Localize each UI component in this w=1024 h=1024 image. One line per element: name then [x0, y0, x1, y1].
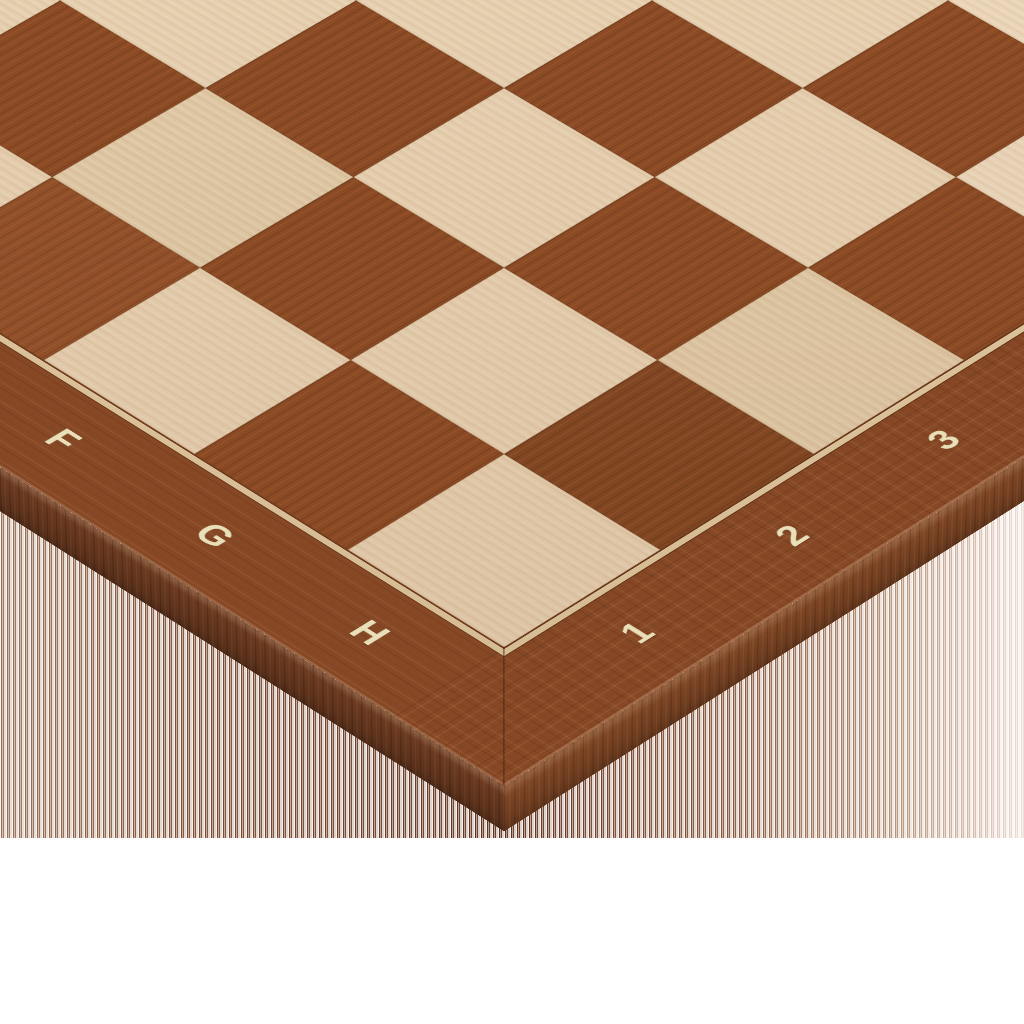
board-squares-grid	[0, 0, 1024, 647]
corner-miter-seam	[503, 647, 505, 786]
rank-label-text: 3	[919, 424, 969, 454]
file-label-text: G	[187, 517, 244, 552]
rank-label-text: 1	[612, 617, 663, 649]
board-photo-scene: ABCDEFGH 87654321	[0, 0, 1024, 1024]
file-label-text: H	[343, 615, 399, 650]
rank-label-text: 2	[767, 520, 817, 551]
file-label-text: F	[38, 424, 90, 455]
